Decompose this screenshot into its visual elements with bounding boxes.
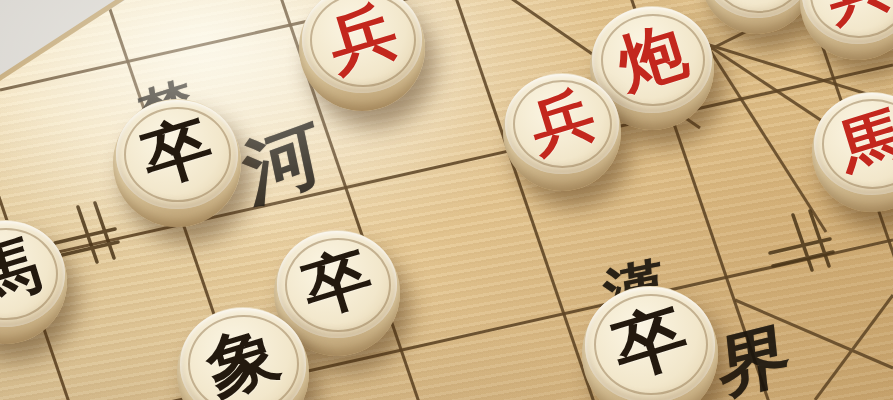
piece-top-face: 兵: [802, 0, 893, 44]
piece-black-soldier-1[interactable]: 卒: [113, 99, 241, 227]
piece-top-face: 卒: [116, 100, 239, 209]
xiangqi-photo-stage: 楚河漢界 兵炮兵兵馬卒馬卒卒象: [0, 0, 893, 400]
piece-red-soldier-2[interactable]: 兵: [503, 73, 621, 191]
piece-top-face: 兵: [505, 74, 618, 174]
piece-top-face: 兵: [302, 0, 423, 93]
piece-top-face: 卒: [277, 231, 398, 338]
piece-top-face: [703, 0, 811, 18]
piece-top-face: 卒: [585, 287, 716, 400]
piece-engraved-ring: [711, 0, 805, 13]
